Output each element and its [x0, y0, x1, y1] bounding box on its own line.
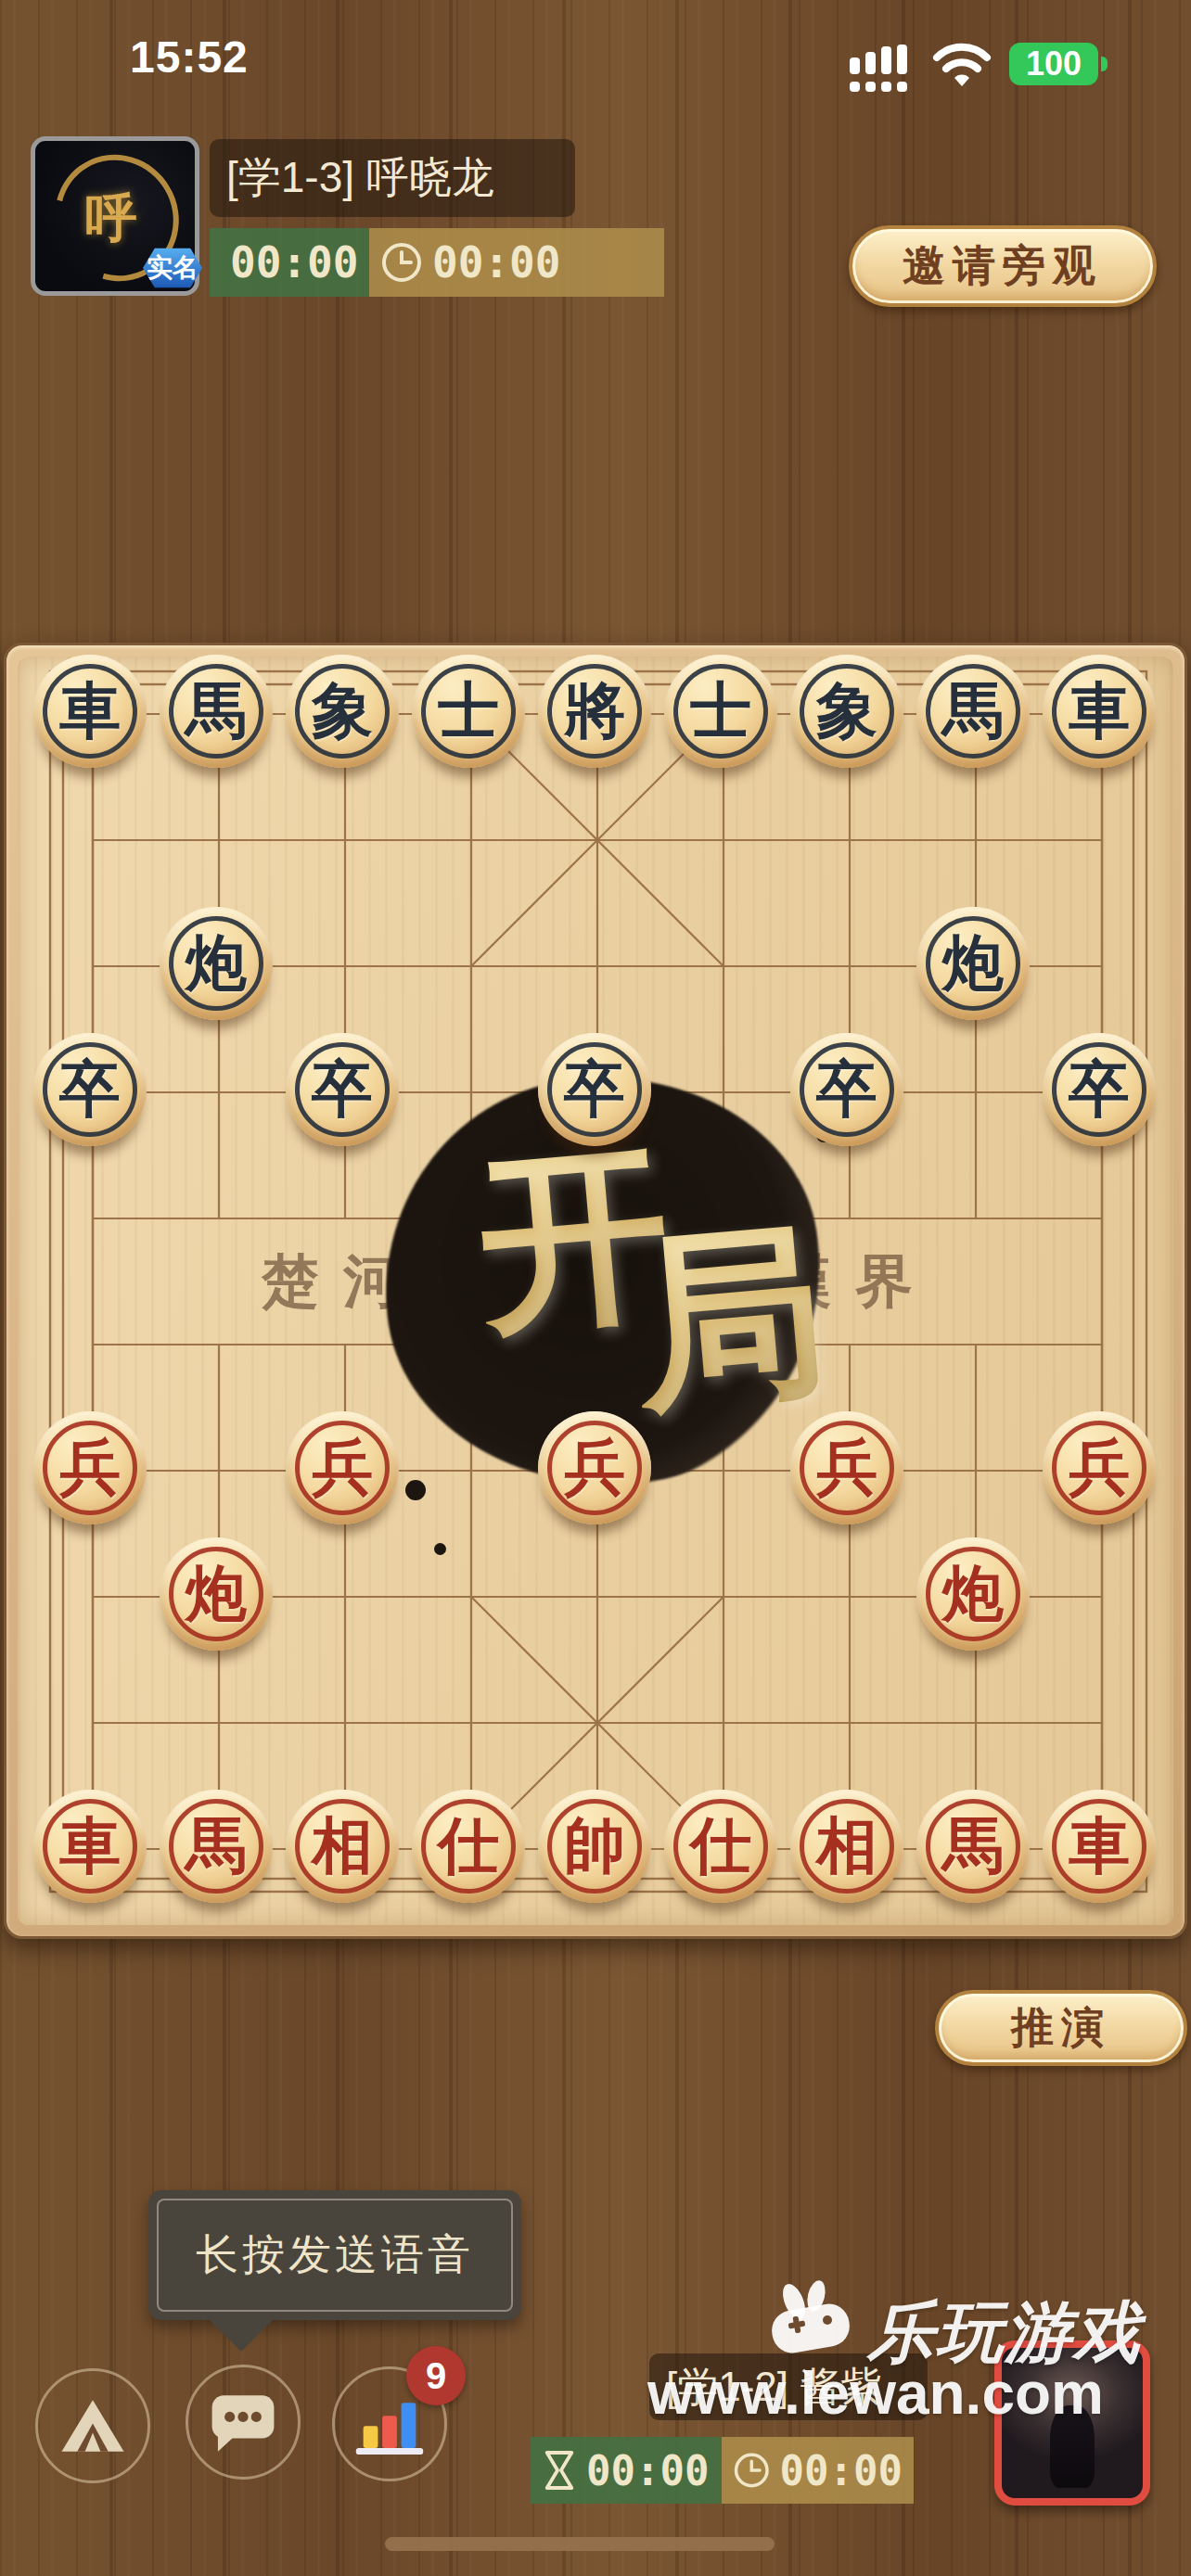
opponent-total-timer: 00:00 [369, 228, 664, 297]
menu-up-button[interactable] [35, 2368, 150, 2483]
game-screen: 15:52 100 呼 实名 [学1 [0, 0, 1191, 2576]
piece-red-相[interactable]: 相 [790, 1790, 903, 1903]
piece-black-卒[interactable]: 卒 [1043, 1033, 1156, 1146]
wifi-icon [931, 41, 992, 93]
up-arrow-icon [54, 2392, 132, 2459]
self-total-timer: 00:00 [722, 2437, 914, 2504]
piece-red-馬[interactable]: 馬 [916, 1790, 1030, 1903]
unread-badge: 9 [406, 2346, 466, 2405]
ink-dot [405, 1480, 426, 1500]
chat-bubble-icon [206, 2390, 280, 2455]
invite-spectators-button[interactable]: 邀请旁观 [849, 225, 1157, 307]
piece-black-將[interactable]: 將 [538, 655, 651, 768]
piece-red-車[interactable]: 車 [1043, 1790, 1156, 1903]
piece-red-車[interactable]: 車 [33, 1790, 147, 1903]
opponent-move-timer: 00:00 [210, 228, 369, 297]
piece-black-士[interactable]: 士 [664, 655, 777, 768]
home-indicator [385, 2537, 775, 2551]
piece-black-卒[interactable]: 卒 [33, 1033, 147, 1146]
signal-icon [850, 45, 920, 96]
piece-red-馬[interactable]: 馬 [160, 1790, 273, 1903]
status-time: 15:52 [130, 32, 249, 83]
piece-black-卒[interactable]: 卒 [538, 1033, 651, 1146]
phase-char-ju: 局 [624, 1185, 836, 1457]
avatar-calligraphy: 呼 [85, 184, 137, 254]
piece-red-兵[interactable]: 兵 [286, 1411, 399, 1524]
piece-red-兵[interactable]: 兵 [33, 1411, 147, 1524]
self-move-timer: 00:00 [531, 2437, 722, 2504]
piece-black-車[interactable]: 車 [33, 655, 147, 768]
piece-red-相[interactable]: 相 [286, 1790, 399, 1903]
deduce-button[interactable]: 推演 [935, 1990, 1187, 2066]
piece-black-象[interactable]: 象 [286, 655, 399, 768]
piece-black-馬[interactable]: 馬 [160, 655, 273, 768]
clock-icon [380, 241, 423, 284]
bar-chart-icon [352, 2390, 428, 2458]
piece-red-帥[interactable]: 帥 [538, 1790, 651, 1903]
battery-indicator: 100 [1009, 43, 1098, 85]
watermark-url: www.lewan.com [647, 2359, 1104, 2428]
piece-black-炮[interactable]: 炮 [916, 907, 1030, 1020]
piece-red-兵[interactable]: 兵 [790, 1411, 903, 1524]
ink-dot [434, 1543, 446, 1555]
voice-tooltip: 长按发送语音 [148, 2190, 521, 2320]
chat-button[interactable] [186, 2365, 301, 2480]
piece-black-炮[interactable]: 炮 [160, 907, 273, 1020]
piece-red-炮[interactable]: 炮 [160, 1537, 273, 1651]
piece-red-仕[interactable]: 仕 [412, 1790, 525, 1903]
piece-black-卒[interactable]: 卒 [286, 1033, 399, 1146]
piece-red-兵[interactable]: 兵 [1043, 1411, 1156, 1524]
opponent-name: [学1-3] 呼晓龙 [210, 139, 575, 217]
piece-black-馬[interactable]: 馬 [916, 655, 1030, 768]
piece-black-象[interactable]: 象 [790, 655, 903, 768]
piece-red-炮[interactable]: 炮 [916, 1537, 1030, 1651]
lewan-logo-icon [762, 2277, 859, 2361]
piece-black-卒[interactable]: 卒 [790, 1033, 903, 1146]
piece-red-仕[interactable]: 仕 [664, 1790, 777, 1903]
hourglass-icon [542, 2449, 577, 2492]
piece-black-車[interactable]: 車 [1043, 655, 1156, 768]
clock-icon [733, 2450, 771, 2491]
piece-red-兵[interactable]: 兵 [538, 1411, 651, 1524]
piece-black-士[interactable]: 士 [412, 655, 525, 768]
